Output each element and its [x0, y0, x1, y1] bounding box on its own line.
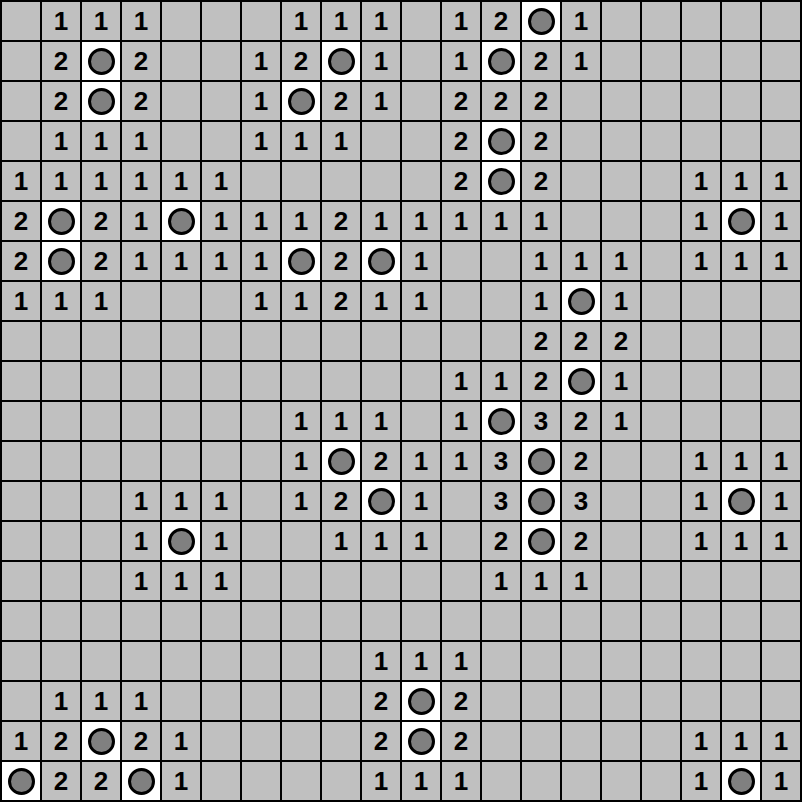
empty-cell[interactable]	[1, 81, 41, 121]
empty-cell[interactable]	[601, 81, 641, 121]
number-cell[interactable]: 1	[41, 161, 81, 201]
empty-cell[interactable]	[201, 41, 241, 81]
empty-cell[interactable]	[201, 81, 241, 121]
mine-cell[interactable]	[81, 721, 121, 761]
number-cell[interactable]: 2	[561, 401, 601, 441]
empty-cell[interactable]	[681, 401, 721, 441]
number-cell[interactable]: 1	[601, 401, 641, 441]
empty-cell[interactable]	[481, 281, 521, 321]
empty-cell[interactable]	[641, 161, 681, 201]
empty-cell[interactable]	[401, 81, 441, 121]
empty-cell[interactable]	[121, 321, 161, 361]
empty-cell[interactable]	[241, 761, 281, 801]
empty-cell[interactable]	[441, 561, 481, 601]
empty-cell[interactable]	[241, 361, 281, 401]
number-cell[interactable]: 1	[201, 161, 241, 201]
empty-cell[interactable]	[41, 441, 81, 481]
empty-cell[interactable]	[641, 721, 681, 761]
number-cell[interactable]: 1	[521, 561, 561, 601]
empty-cell[interactable]	[121, 601, 161, 641]
mine-cell[interactable]	[721, 761, 761, 801]
empty-cell[interactable]	[161, 641, 201, 681]
empty-cell[interactable]	[521, 681, 561, 721]
number-cell[interactable]: 1	[441, 401, 481, 441]
empty-cell[interactable]	[241, 721, 281, 761]
number-cell[interactable]: 1	[721, 521, 761, 561]
empty-cell[interactable]	[761, 641, 801, 681]
empty-cell[interactable]	[601, 561, 641, 601]
empty-cell[interactable]	[281, 721, 321, 761]
number-cell[interactable]: 1	[561, 561, 601, 601]
number-cell[interactable]: 2	[81, 201, 121, 241]
empty-cell[interactable]	[201, 361, 241, 401]
number-cell[interactable]: 2	[281, 41, 321, 81]
number-cell[interactable]: 2	[521, 121, 561, 161]
number-cell[interactable]: 2	[361, 441, 401, 481]
number-cell[interactable]: 2	[521, 361, 561, 401]
number-cell[interactable]: 2	[481, 521, 521, 561]
number-cell[interactable]: 1	[321, 1, 361, 41]
empty-cell[interactable]	[721, 121, 761, 161]
empty-cell[interactable]	[241, 401, 281, 441]
mine-cell[interactable]	[521, 521, 561, 561]
number-cell[interactable]: 1	[1, 281, 41, 321]
mine-cell[interactable]	[321, 441, 361, 481]
empty-cell[interactable]	[241, 641, 281, 681]
empty-cell[interactable]	[161, 41, 201, 81]
empty-cell[interactable]	[1, 681, 41, 721]
number-cell[interactable]: 1	[281, 201, 321, 241]
number-cell[interactable]: 1	[241, 241, 281, 281]
empty-cell[interactable]	[761, 321, 801, 361]
empty-cell[interactable]	[161, 401, 201, 441]
empty-cell[interactable]	[721, 641, 761, 681]
empty-cell[interactable]	[561, 601, 601, 641]
empty-cell[interactable]	[601, 721, 641, 761]
number-cell[interactable]: 1	[161, 761, 201, 801]
mine-cell[interactable]	[561, 361, 601, 401]
number-cell[interactable]: 1	[681, 761, 721, 801]
empty-cell[interactable]	[721, 281, 761, 321]
mine-cell[interactable]	[361, 481, 401, 521]
empty-cell[interactable]	[601, 161, 641, 201]
empty-cell[interactable]	[41, 361, 81, 401]
number-cell[interactable]: 1	[361, 761, 401, 801]
empty-cell[interactable]	[761, 121, 801, 161]
number-cell[interactable]: 1	[721, 441, 761, 481]
mine-cell[interactable]	[721, 481, 761, 521]
empty-cell[interactable]	[361, 561, 401, 601]
number-cell[interactable]: 2	[321, 201, 361, 241]
number-cell[interactable]: 2	[41, 761, 81, 801]
empty-cell[interactable]	[81, 641, 121, 681]
empty-cell[interactable]	[441, 321, 481, 361]
empty-cell[interactable]	[601, 121, 641, 161]
number-cell[interactable]: 1	[761, 481, 801, 521]
number-cell[interactable]: 1	[681, 521, 721, 561]
number-cell[interactable]: 1	[241, 121, 281, 161]
number-cell[interactable]: 1	[601, 241, 641, 281]
empty-cell[interactable]	[401, 361, 441, 401]
number-cell[interactable]: 2	[81, 241, 121, 281]
number-cell[interactable]: 1	[241, 201, 281, 241]
number-cell[interactable]: 1	[601, 281, 641, 321]
number-cell[interactable]: 3	[521, 401, 561, 441]
number-cell[interactable]: 1	[361, 281, 401, 321]
empty-cell[interactable]	[441, 281, 481, 321]
empty-cell[interactable]	[201, 281, 241, 321]
empty-cell[interactable]	[241, 481, 281, 521]
empty-cell[interactable]	[201, 321, 241, 361]
number-cell[interactable]: 1	[121, 201, 161, 241]
empty-cell[interactable]	[361, 161, 401, 201]
number-cell[interactable]: 3	[561, 481, 601, 521]
number-cell[interactable]: 1	[161, 481, 201, 521]
empty-cell[interactable]	[361, 321, 401, 361]
number-cell[interactable]: 2	[361, 721, 401, 761]
empty-cell[interactable]	[281, 681, 321, 721]
number-cell[interactable]: 1	[121, 521, 161, 561]
empty-cell[interactable]	[1, 561, 41, 601]
number-cell[interactable]: 1	[201, 481, 241, 521]
mine-cell[interactable]	[161, 201, 201, 241]
number-cell[interactable]: 2	[321, 281, 361, 321]
number-cell[interactable]: 1	[761, 721, 801, 761]
empty-cell[interactable]	[121, 441, 161, 481]
number-cell[interactable]: 1	[441, 761, 481, 801]
empty-cell[interactable]	[281, 161, 321, 201]
number-cell[interactable]: 2	[361, 681, 401, 721]
empty-cell[interactable]	[561, 761, 601, 801]
empty-cell[interactable]	[641, 401, 681, 441]
number-cell[interactable]: 1	[361, 41, 401, 81]
mine-cell[interactable]	[481, 401, 521, 441]
number-cell[interactable]: 1	[681, 241, 721, 281]
number-cell[interactable]: 1	[201, 241, 241, 281]
empty-cell[interactable]	[761, 401, 801, 441]
number-cell[interactable]: 1	[401, 761, 441, 801]
empty-cell[interactable]	[441, 241, 481, 281]
empty-cell[interactable]	[41, 601, 81, 641]
empty-cell[interactable]	[361, 121, 401, 161]
empty-cell[interactable]	[481, 321, 521, 361]
number-cell[interactable]: 1	[121, 241, 161, 281]
empty-cell[interactable]	[1, 481, 41, 521]
mine-cell[interactable]	[321, 41, 361, 81]
empty-cell[interactable]	[41, 561, 81, 601]
number-cell[interactable]: 1	[681, 441, 721, 481]
number-cell[interactable]: 1	[121, 561, 161, 601]
number-cell[interactable]: 1	[1, 721, 41, 761]
empty-cell[interactable]	[681, 681, 721, 721]
number-cell[interactable]: 3	[481, 481, 521, 521]
mine-cell[interactable]	[481, 161, 521, 201]
number-cell[interactable]: 1	[161, 721, 201, 761]
empty-cell[interactable]	[521, 641, 561, 681]
number-cell[interactable]: 1	[441, 441, 481, 481]
empty-cell[interactable]	[201, 601, 241, 641]
empty-cell[interactable]	[121, 281, 161, 321]
number-cell[interactable]: 1	[761, 521, 801, 561]
empty-cell[interactable]	[641, 281, 681, 321]
empty-cell[interactable]	[441, 481, 481, 521]
empty-cell[interactable]	[601, 1, 641, 41]
empty-cell[interactable]	[601, 41, 641, 81]
empty-cell[interactable]	[321, 721, 361, 761]
empty-cell[interactable]	[401, 321, 441, 361]
number-cell[interactable]: 1	[761, 161, 801, 201]
empty-cell[interactable]	[201, 761, 241, 801]
mine-cell[interactable]	[1, 761, 41, 801]
empty-cell[interactable]	[441, 601, 481, 641]
number-cell[interactable]: 1	[201, 561, 241, 601]
number-cell[interactable]: 1	[281, 1, 321, 41]
empty-cell[interactable]	[81, 481, 121, 521]
empty-cell[interactable]	[321, 641, 361, 681]
empty-cell[interactable]	[241, 161, 281, 201]
empty-cell[interactable]	[721, 401, 761, 441]
empty-cell[interactable]	[641, 201, 681, 241]
empty-cell[interactable]	[121, 361, 161, 401]
empty-cell[interactable]	[241, 601, 281, 641]
number-cell[interactable]: 2	[481, 81, 521, 121]
number-cell[interactable]: 1	[121, 121, 161, 161]
empty-cell[interactable]	[41, 321, 81, 361]
empty-cell[interactable]	[681, 1, 721, 41]
number-cell[interactable]: 1	[561, 1, 601, 41]
empty-cell[interactable]	[201, 1, 241, 41]
number-cell[interactable]: 1	[761, 761, 801, 801]
empty-cell[interactable]	[681, 281, 721, 321]
empty-cell[interactable]	[561, 681, 601, 721]
empty-cell[interactable]	[361, 361, 401, 401]
number-cell[interactable]: 2	[41, 721, 81, 761]
empty-cell[interactable]	[241, 441, 281, 481]
number-cell[interactable]: 1	[361, 1, 401, 41]
number-cell[interactable]: 2	[561, 321, 601, 361]
empty-cell[interactable]	[601, 601, 641, 641]
empty-cell[interactable]	[81, 601, 121, 641]
number-cell[interactable]: 2	[1, 201, 41, 241]
empty-cell[interactable]	[721, 1, 761, 41]
empty-cell[interactable]	[401, 161, 441, 201]
empty-cell[interactable]	[641, 481, 681, 521]
empty-cell[interactable]	[281, 361, 321, 401]
empty-cell[interactable]	[321, 361, 361, 401]
number-cell[interactable]: 1	[81, 681, 121, 721]
number-cell[interactable]: 1	[121, 681, 161, 721]
number-cell[interactable]: 2	[441, 81, 481, 121]
empty-cell[interactable]	[401, 401, 441, 441]
number-cell[interactable]: 1	[201, 201, 241, 241]
mine-cell[interactable]	[361, 241, 401, 281]
mine-cell[interactable]	[281, 241, 321, 281]
empty-cell[interactable]	[641, 761, 681, 801]
number-cell[interactable]: 1	[281, 481, 321, 521]
empty-cell[interactable]	[481, 641, 521, 681]
empty-cell[interactable]	[721, 681, 761, 721]
empty-cell[interactable]	[41, 401, 81, 441]
empty-cell[interactable]	[761, 601, 801, 641]
number-cell[interactable]: 1	[81, 161, 121, 201]
number-cell[interactable]: 1	[1, 161, 41, 201]
number-cell[interactable]: 1	[561, 241, 601, 281]
empty-cell[interactable]	[241, 561, 281, 601]
empty-cell[interactable]	[641, 1, 681, 41]
empty-cell[interactable]	[641, 321, 681, 361]
number-cell[interactable]: 2	[41, 41, 81, 81]
empty-cell[interactable]	[1, 521, 41, 561]
number-cell[interactable]: 1	[361, 81, 401, 121]
number-cell[interactable]: 1	[81, 281, 121, 321]
number-cell[interactable]: 1	[681, 161, 721, 201]
number-cell[interactable]: 1	[521, 281, 561, 321]
empty-cell[interactable]	[1, 441, 41, 481]
empty-cell[interactable]	[561, 121, 601, 161]
empty-cell[interactable]	[161, 601, 201, 641]
empty-cell[interactable]	[41, 641, 81, 681]
number-cell[interactable]: 1	[281, 281, 321, 321]
number-cell[interactable]: 1	[681, 721, 721, 761]
number-cell[interactable]: 1	[401, 201, 441, 241]
number-cell[interactable]: 1	[481, 201, 521, 241]
empty-cell[interactable]	[161, 321, 201, 361]
empty-cell[interactable]	[321, 321, 361, 361]
empty-cell[interactable]	[1, 641, 41, 681]
empty-cell[interactable]	[561, 721, 601, 761]
empty-cell[interactable]	[721, 81, 761, 121]
number-cell[interactable]: 2	[481, 1, 521, 41]
empty-cell[interactable]	[401, 1, 441, 41]
empty-cell[interactable]	[681, 81, 721, 121]
number-cell[interactable]: 1	[601, 361, 641, 401]
number-cell[interactable]: 1	[401, 521, 441, 561]
empty-cell[interactable]	[401, 41, 441, 81]
mine-cell[interactable]	[521, 1, 561, 41]
number-cell[interactable]: 1	[401, 281, 441, 321]
mine-cell[interactable]	[81, 81, 121, 121]
number-cell[interactable]: 1	[241, 41, 281, 81]
empty-cell[interactable]	[281, 601, 321, 641]
number-cell[interactable]: 1	[321, 121, 361, 161]
empty-cell[interactable]	[641, 81, 681, 121]
empty-cell[interactable]	[761, 281, 801, 321]
empty-cell[interactable]	[321, 561, 361, 601]
empty-cell[interactable]	[641, 361, 681, 401]
empty-cell[interactable]	[281, 521, 321, 561]
number-cell[interactable]: 1	[281, 401, 321, 441]
number-cell[interactable]: 2	[1, 241, 41, 281]
empty-cell[interactable]	[681, 121, 721, 161]
empty-cell[interactable]	[401, 121, 441, 161]
number-cell[interactable]: 2	[121, 81, 161, 121]
mine-cell[interactable]	[41, 201, 81, 241]
number-cell[interactable]: 1	[41, 121, 81, 161]
empty-cell[interactable]	[121, 641, 161, 681]
number-cell[interactable]: 1	[761, 241, 801, 281]
empty-cell[interactable]	[601, 521, 641, 561]
mine-cell[interactable]	[721, 201, 761, 241]
empty-cell[interactable]	[481, 681, 521, 721]
empty-cell[interactable]	[401, 601, 441, 641]
mine-cell[interactable]	[481, 121, 521, 161]
empty-cell[interactable]	[161, 81, 201, 121]
number-cell[interactable]: 1	[401, 641, 441, 681]
empty-cell[interactable]	[721, 561, 761, 601]
empty-cell[interactable]	[81, 521, 121, 561]
empty-cell[interactable]	[641, 561, 681, 601]
number-cell[interactable]: 1	[241, 81, 281, 121]
empty-cell[interactable]	[161, 281, 201, 321]
empty-cell[interactable]	[161, 681, 201, 721]
empty-cell[interactable]	[401, 561, 441, 601]
empty-cell[interactable]	[561, 201, 601, 241]
empty-cell[interactable]	[201, 641, 241, 681]
number-cell[interactable]: 1	[201, 521, 241, 561]
empty-cell[interactable]	[721, 361, 761, 401]
empty-cell[interactable]	[201, 121, 241, 161]
number-cell[interactable]: 2	[561, 441, 601, 481]
empty-cell[interactable]	[1, 601, 41, 641]
empty-cell[interactable]	[561, 161, 601, 201]
mine-cell[interactable]	[521, 441, 561, 481]
empty-cell[interactable]	[1, 41, 41, 81]
number-cell[interactable]: 1	[41, 1, 81, 41]
number-cell[interactable]: 2	[321, 81, 361, 121]
mine-cell[interactable]	[161, 521, 201, 561]
number-cell[interactable]: 1	[41, 281, 81, 321]
empty-cell[interactable]	[601, 641, 641, 681]
number-cell[interactable]: 1	[681, 201, 721, 241]
empty-cell[interactable]	[641, 121, 681, 161]
number-cell[interactable]: 1	[41, 681, 81, 721]
empty-cell[interactable]	[241, 1, 281, 41]
empty-cell[interactable]	[201, 441, 241, 481]
empty-cell[interactable]	[241, 681, 281, 721]
number-cell[interactable]: 1	[121, 161, 161, 201]
empty-cell[interactable]	[761, 81, 801, 121]
empty-cell[interactable]	[601, 681, 641, 721]
empty-cell[interactable]	[601, 201, 641, 241]
empty-cell[interactable]	[721, 321, 761, 361]
empty-cell[interactable]	[321, 161, 361, 201]
number-cell[interactable]: 1	[361, 401, 401, 441]
mine-cell[interactable]	[401, 721, 441, 761]
empty-cell[interactable]	[1, 121, 41, 161]
number-cell[interactable]: 1	[161, 241, 201, 281]
empty-cell[interactable]	[81, 561, 121, 601]
number-cell[interactable]: 2	[81, 761, 121, 801]
empty-cell[interactable]	[641, 241, 681, 281]
empty-cell[interactable]	[761, 41, 801, 81]
number-cell[interactable]: 2	[321, 481, 361, 521]
number-cell[interactable]: 1	[721, 721, 761, 761]
number-cell[interactable]: 1	[681, 481, 721, 521]
number-cell[interactable]: 1	[401, 241, 441, 281]
empty-cell[interactable]	[281, 561, 321, 601]
empty-cell[interactable]	[201, 681, 241, 721]
number-cell[interactable]: 1	[721, 161, 761, 201]
number-cell[interactable]: 2	[521, 81, 561, 121]
empty-cell[interactable]	[681, 321, 721, 361]
empty-cell[interactable]	[561, 641, 601, 681]
number-cell[interactable]: 1	[761, 441, 801, 481]
empty-cell[interactable]	[641, 441, 681, 481]
mine-cell[interactable]	[481, 41, 521, 81]
empty-cell[interactable]	[521, 761, 561, 801]
empty-cell[interactable]	[1, 321, 41, 361]
number-cell[interactable]: 1	[161, 561, 201, 601]
